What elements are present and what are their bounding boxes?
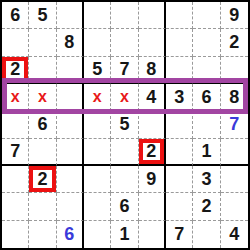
cell-r6c7[interactable] bbox=[166, 139, 193, 166]
cell-r7c8[interactable]: 3 bbox=[193, 166, 220, 193]
cell-r8c4[interactable] bbox=[84, 193, 111, 220]
cell-r6c8[interactable]: 1 bbox=[193, 139, 220, 166]
cell-r4c1[interactable]: x bbox=[2, 84, 29, 111]
cell-r3c6[interactable]: 8 bbox=[139, 57, 166, 84]
cell-r8c1[interactable] bbox=[2, 193, 29, 220]
cell-r7c4[interactable] bbox=[84, 166, 111, 193]
cell-r8c3[interactable] bbox=[57, 193, 84, 220]
cell-r3c8[interactable] bbox=[193, 57, 220, 84]
cell-r4c2[interactable]: x bbox=[29, 84, 56, 111]
cell-r3c4[interactable]: 5 bbox=[84, 57, 111, 84]
cell-r9c7[interactable]: 7 bbox=[166, 221, 193, 248]
cell-r2c9[interactable]: 2 bbox=[221, 29, 248, 56]
cell-r4c8[interactable]: 6 bbox=[193, 84, 220, 111]
cell-r6c9[interactable] bbox=[221, 139, 248, 166]
cell-r2c7[interactable] bbox=[166, 29, 193, 56]
cell-r5c1[interactable] bbox=[2, 111, 29, 138]
cell-r6c2[interactable] bbox=[29, 139, 56, 166]
cell-r5c6[interactable] bbox=[139, 111, 166, 138]
cell-r3c2[interactable] bbox=[29, 57, 56, 84]
cell-r5c9[interactable]: 7 bbox=[221, 111, 248, 138]
cell-r4c6[interactable]: 4 bbox=[139, 84, 166, 111]
cell-r8c6[interactable] bbox=[139, 193, 166, 220]
cell-r2c6[interactable] bbox=[139, 29, 166, 56]
cell-r5c7[interactable] bbox=[166, 111, 193, 138]
cell-r9c2[interactable] bbox=[29, 221, 56, 248]
cell-r7c6[interactable]: 9 bbox=[139, 166, 166, 193]
cell-r2c1[interactable] bbox=[2, 29, 29, 56]
cell-r2c2[interactable] bbox=[29, 29, 56, 56]
cell-r9c9[interactable]: 4 bbox=[221, 221, 248, 248]
cell-r4c7[interactable]: 3 bbox=[166, 84, 193, 111]
cell-r4c9[interactable]: 8 bbox=[221, 84, 248, 111]
cell-r8c7[interactable] bbox=[166, 193, 193, 220]
cell-r2c5[interactable] bbox=[111, 29, 138, 56]
cell-r9c6[interactable] bbox=[139, 221, 166, 248]
cell-r5c2[interactable]: 6 bbox=[29, 111, 56, 138]
cell-r7c9[interactable] bbox=[221, 166, 248, 193]
cell-r3c7[interactable] bbox=[166, 57, 193, 84]
cell-r2c3[interactable]: 8 bbox=[57, 29, 84, 56]
cell-r1c7[interactable] bbox=[166, 2, 193, 29]
cell-r5c4[interactable] bbox=[84, 111, 111, 138]
cell-r8c2[interactable] bbox=[29, 193, 56, 220]
cell-r3c3[interactable] bbox=[57, 57, 84, 84]
cell-r2c8[interactable] bbox=[193, 29, 220, 56]
cell-r7c7[interactable] bbox=[166, 166, 193, 193]
cell-r8c8[interactable]: 2 bbox=[193, 193, 220, 220]
sudoku-board: 659822578xxxx4368657721293626174 bbox=[0, 0, 250, 250]
cell-r6c4[interactable] bbox=[84, 139, 111, 166]
cell-r8c9[interactable] bbox=[221, 193, 248, 220]
cell-r5c8[interactable] bbox=[193, 111, 220, 138]
cell-r6c1[interactable]: 7 bbox=[2, 139, 29, 166]
cell-r2c4[interactable] bbox=[84, 29, 111, 56]
cell-r9c5[interactable]: 1 bbox=[111, 221, 138, 248]
cell-r3c9[interactable] bbox=[221, 57, 248, 84]
cell-r9c8[interactable] bbox=[193, 221, 220, 248]
cell-r1c9[interactable]: 9 bbox=[221, 2, 248, 29]
cell-r1c6[interactable] bbox=[139, 2, 166, 29]
cell-r5c5[interactable]: 5 bbox=[111, 111, 138, 138]
cell-r4c3[interactable] bbox=[57, 84, 84, 111]
cell-r9c1[interactable] bbox=[2, 221, 29, 248]
cell-r6c5[interactable] bbox=[111, 139, 138, 166]
cell-r4c5[interactable]: x bbox=[111, 84, 138, 111]
cell-r1c3[interactable] bbox=[57, 2, 84, 29]
cell-r9c4[interactable] bbox=[84, 221, 111, 248]
cell-r4c4[interactable]: x bbox=[84, 84, 111, 111]
cell-r9c3[interactable]: 6 bbox=[57, 221, 84, 248]
cell-r6c3[interactable] bbox=[57, 139, 84, 166]
cell-r7c2[interactable]: 2 bbox=[29, 166, 56, 193]
cell-r5c3[interactable] bbox=[57, 111, 84, 138]
cell-r1c8[interactable] bbox=[193, 2, 220, 29]
cell-r1c1[interactable]: 6 bbox=[2, 2, 29, 29]
cell-r3c5[interactable]: 7 bbox=[111, 57, 138, 84]
cell-r1c4[interactable] bbox=[84, 2, 111, 29]
cell-r3c1[interactable]: 2 bbox=[2, 57, 29, 84]
cell-r7c3[interactable] bbox=[57, 166, 84, 193]
cell-r1c5[interactable] bbox=[111, 2, 138, 29]
cell-r8c5[interactable]: 6 bbox=[111, 193, 138, 220]
cell-r7c1[interactable] bbox=[2, 166, 29, 193]
cell-r1c2[interactable]: 5 bbox=[29, 2, 56, 29]
cell-r7c5[interactable] bbox=[111, 166, 138, 193]
cell-r6c6[interactable]: 2 bbox=[139, 139, 166, 166]
